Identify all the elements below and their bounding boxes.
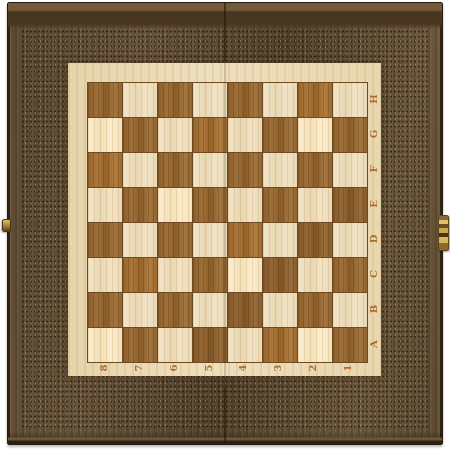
rank-label-2: 2 [296,361,331,375]
file-label-text: B [369,304,379,312]
rank-label-text: 4 [239,365,249,372]
square-e4[interactable] [228,188,262,222]
square-g3[interactable] [263,118,297,152]
square-a2[interactable] [298,328,332,362]
file-label-g: G [367,117,381,152]
square-g5[interactable] [193,118,227,152]
square-c6[interactable] [158,258,192,292]
file-labels: HGFEDCBA [367,82,381,361]
square-g2[interactable] [298,118,332,152]
square-d3[interactable] [263,223,297,257]
square-a8[interactable] [88,328,122,362]
square-c7[interactable] [123,258,157,292]
square-h5[interactable] [193,83,227,117]
square-b6[interactable] [158,293,192,327]
square-e5[interactable] [193,188,227,222]
file-label-h: H [367,82,381,117]
file-label-text: E [369,200,379,208]
photo-background: HGFEDCBA 87654321 [0,0,450,450]
file-label-text: D [369,235,379,244]
square-h2[interactable] [298,83,332,117]
square-d2[interactable] [298,223,332,257]
square-e7[interactable] [123,188,157,222]
rank-label-5: 5 [192,361,227,375]
square-f6[interactable] [158,153,192,187]
brass-latch-icon [438,215,449,251]
square-h8[interactable] [88,83,122,117]
square-f3[interactable] [263,153,297,187]
chess-board: HGFEDCBA 87654321 [7,2,443,445]
square-a1[interactable] [333,328,367,362]
square-g1[interactable] [333,118,367,152]
square-b7[interactable] [123,293,157,327]
square-g7[interactable] [123,118,157,152]
square-e6[interactable] [158,188,192,222]
square-f5[interactable] [193,153,227,187]
chessboard-grid [87,82,368,363]
square-d5[interactable] [193,223,227,257]
square-d8[interactable] [88,223,122,257]
rank-label-text: 2 [309,365,319,372]
rank-label-8: 8 [87,361,122,375]
square-e8[interactable] [88,188,122,222]
rank-label-text: 7 [134,365,144,372]
square-h1[interactable] [333,83,367,117]
square-h6[interactable] [158,83,192,117]
square-c2[interactable] [298,258,332,292]
square-a6[interactable] [158,328,192,362]
file-label-text: A [369,340,379,348]
square-c4[interactable] [228,258,262,292]
fold-seam [224,3,226,444]
square-d1[interactable] [333,223,367,257]
square-g8[interactable] [88,118,122,152]
rank-labels: 87654321 [87,361,366,375]
square-h4[interactable] [228,83,262,117]
square-h3[interactable] [263,83,297,117]
rank-label-7: 7 [122,361,157,375]
square-a4[interactable] [228,328,262,362]
brass-pin-icon [2,219,11,232]
square-b5[interactable] [193,293,227,327]
file-label-c: C [367,256,381,291]
file-label-e: E [367,187,381,222]
square-c3[interactable] [263,258,297,292]
file-label-b: B [367,291,381,326]
square-a5[interactable] [193,328,227,362]
square-b1[interactable] [333,293,367,327]
square-d7[interactable] [123,223,157,257]
square-c5[interactable] [193,258,227,292]
rank-label-6: 6 [157,361,192,375]
square-e2[interactable] [298,188,332,222]
square-g4[interactable] [228,118,262,152]
square-b2[interactable] [298,293,332,327]
square-f4[interactable] [228,153,262,187]
rank-label-text: 1 [344,365,354,372]
square-a7[interactable] [123,328,157,362]
rank-label-1: 1 [331,361,366,375]
square-h7[interactable] [123,83,157,117]
square-d6[interactable] [158,223,192,257]
square-f8[interactable] [88,153,122,187]
rank-label-text: 5 [204,365,214,372]
square-e3[interactable] [263,188,297,222]
file-label-f: F [367,152,381,187]
square-b4[interactable] [228,293,262,327]
square-c1[interactable] [333,258,367,292]
square-c8[interactable] [88,258,122,292]
square-g6[interactable] [158,118,192,152]
rank-label-4: 4 [227,361,262,375]
file-label-text: H [369,95,379,104]
file-label-a: A [367,326,381,361]
rank-label-text: 6 [169,365,179,372]
square-f1[interactable] [333,153,367,187]
file-label-text: G [369,130,379,139]
square-e1[interactable] [333,188,367,222]
rank-label-3: 3 [261,361,296,375]
square-b3[interactable] [263,293,297,327]
rank-label-text: 3 [274,365,284,372]
file-label-text: C [369,270,379,278]
square-b8[interactable] [88,293,122,327]
rank-label-text: 8 [99,365,109,372]
square-f2[interactable] [298,153,332,187]
square-a3[interactable] [263,328,297,362]
square-d4[interactable] [228,223,262,257]
file-label-text: F [369,166,379,173]
file-label-d: D [367,222,381,257]
square-f7[interactable] [123,153,157,187]
